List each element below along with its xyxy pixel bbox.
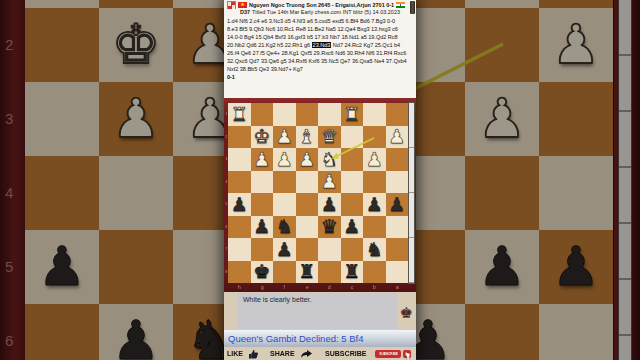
square-g2: ♚ [99, 8, 173, 82]
bg-rank-label-5: 5 [5, 258, 13, 275]
square-g6[interactable]: ♟ [251, 216, 274, 239]
square-f4 [173, 156, 224, 230]
rank-label-8: 8 [225, 266, 229, 278]
square-b8[interactable] [363, 261, 386, 284]
square-g5 [99, 230, 173, 304]
piece-white-pawn: ♟ [112, 92, 160, 146]
square-h3[interactable] [228, 148, 251, 171]
event-info: Titled Tue 14th Mar Early chess.com INT … [252, 9, 400, 15]
piece-white-knight: ♞ [321, 150, 338, 169]
piece-black-knight: ♞ [186, 314, 224, 360]
square-c6[interactable]: ♟ [341, 216, 364, 239]
file-label-d: d [320, 284, 338, 291]
square-h2 [25, 8, 99, 82]
piece-white-pawn: ♟ [276, 127, 293, 146]
piece-black-rook: ♜ [343, 262, 360, 281]
square-f3[interactable]: ♟ [273, 148, 296, 171]
square-d3[interactable]: ♞ [318, 148, 341, 171]
rank-labels: 12345678 [224, 103, 228, 283]
square-f5 [173, 230, 224, 304]
game-header: Nguyen Ngoc Truong Son 2645 - Erigaisi,A… [224, 0, 416, 15]
square-g2[interactable]: ♚ [251, 126, 274, 149]
rank-label-6: 6 [225, 221, 229, 233]
file-label-g: g [253, 284, 271, 291]
square-e1[interactable] [296, 103, 319, 126]
players-result-line: Nguyen Ngoc Truong Son 2645 - Erigaisi,A… [249, 2, 394, 8]
piece-white-rook: ♜ [343, 105, 360, 124]
moves-line: Nxf2 38.Bb5 Qe3 39.Nd7+ Kg7 [227, 65, 414, 73]
square-h6[interactable] [228, 216, 251, 239]
square-e7[interactable] [296, 238, 319, 261]
square-f7[interactable]: ♟ [273, 238, 296, 261]
piece-black-knight: ♞ [366, 240, 383, 259]
square-b6[interactable] [363, 216, 386, 239]
subscribe-label[interactable]: SUBSCRIBE [325, 349, 366, 358]
square-d8[interactable] [318, 261, 341, 284]
piece-black-pawn: ♟ [321, 195, 338, 214]
square-b7[interactable]: ♞ [363, 238, 386, 261]
piece-black-pawn: ♟ [388, 195, 405, 214]
square-h3 [25, 82, 99, 156]
square-f8[interactable] [273, 261, 296, 284]
square-d5[interactable]: ♟ [318, 193, 341, 216]
photo-icon [410, 1, 415, 14]
file-label-h: h [230, 284, 248, 291]
square-f6[interactable]: ♞ [273, 216, 296, 239]
square-e3[interactable]: ♟ [296, 148, 319, 171]
rank-label-7: 7 [225, 243, 229, 255]
piece-white-pawn: ♟ [186, 92, 224, 146]
square-h1: ♜ [25, 0, 99, 8]
game-icon [227, 1, 236, 10]
rank-label-1: 1 [225, 108, 229, 120]
piece-white-queen: ♛ [321, 127, 338, 146]
india-flag-icon [396, 2, 405, 8]
board-scrollbar [409, 103, 414, 283]
piece-white-bishop: ♝ [298, 127, 315, 146]
bg-rank-label-4: 4 [5, 184, 13, 201]
square-f1[interactable] [273, 103, 296, 126]
square-b1[interactable] [363, 103, 386, 126]
file-label-f: f [275, 284, 293, 291]
square-g4[interactable] [251, 171, 274, 194]
subscribe-button[interactable]: SUBSCRIBE [375, 350, 401, 358]
piece-black-pawn: ♟ [231, 195, 248, 214]
chess-app-panel: Nguyen Ngoc Truong Son 2645 - Erigaisi,A… [224, 0, 416, 360]
piece-black-rook: ♜ [298, 262, 315, 281]
square-c2[interactable] [341, 126, 364, 149]
piece-white-pawn: ♟ [388, 127, 405, 146]
eco-code: D37 [240, 9, 250, 15]
vietnam-flag-icon [238, 2, 247, 8]
moves-line: 14.0-0 Bg4 15.Qb4 Bxf3 16.gxf3 b5 17.b3 … [227, 33, 414, 41]
square-h4 [25, 156, 99, 230]
share-arrow-icon[interactable] [300, 349, 313, 359]
square-d4[interactable]: ♟ [318, 171, 341, 194]
square-h1[interactable]: ♜ [228, 103, 251, 126]
square-g6: ♟ [99, 304, 173, 360]
opening-title-bar: Queen's Gambit Declined: 5 Bf4 [224, 330, 416, 347]
like-button[interactable]: LIKE [227, 349, 243, 358]
scrollbar [618, 0, 632, 360]
square-g8[interactable]: ♚ [251, 261, 274, 284]
moves-line: 8.e3 Bf5 9.Qb3 Nc6 10.Rc1 Re8 11.Be2 Na5… [227, 25, 414, 33]
square-b5[interactable]: ♟ [363, 193, 386, 216]
move-arrow-bg-icon [416, 0, 640, 360]
annotation-text-box[interactable]: White is clearly better. [237, 293, 397, 329]
piece-white-king: ♚ [253, 127, 270, 146]
piece-black-pawn: ♟ [38, 240, 86, 294]
moves-line: 1.d4 Nf6 2.c4 e6 3.Nc3 d5 4.Nf3 a6 5.cxd… [227, 17, 414, 25]
chess-king-icon: ♚ [399, 302, 414, 324]
current-move-highlight[interactable]: 23.Nd3 [312, 42, 332, 48]
background-board-border-left: 23456 [0, 0, 25, 360]
video-frame: ♜♚♟♟♟♟♟♞ 23456 ♜♟♟♟♟♟ Nguyen Ngoc Truong… [0, 0, 640, 360]
square-e4[interactable] [296, 171, 319, 194]
square-b4[interactable] [363, 171, 386, 194]
square-f5[interactable] [273, 193, 296, 216]
square-a7[interactable] [386, 238, 409, 261]
square-h6 [25, 304, 99, 360]
square-g5[interactable] [251, 193, 274, 216]
square-d7[interactable] [318, 238, 341, 261]
piece-white-pawn: ♟ [276, 150, 293, 169]
square-f4[interactable] [273, 171, 296, 194]
annotation-area: White is clearly better. ♚ [224, 292, 416, 330]
square-e6[interactable] [296, 216, 319, 239]
background-board-right: ♜♟♟♟♟♟ [416, 0, 640, 360]
thumbs-up-icon[interactable] [248, 349, 259, 359]
square-h5: ♟ [25, 230, 99, 304]
square-f2[interactable]: ♟ [273, 126, 296, 149]
square-h4[interactable] [228, 171, 251, 194]
moves-line: 32.Qxc6 Qd7 33.Qa6 g5 34.Rxf6 Kxf6 35.Nc… [227, 57, 414, 65]
piece-black-pawn: ♟ [112, 314, 160, 360]
square-f6: ♞ [173, 304, 224, 360]
square-b2[interactable] [363, 126, 386, 149]
piece-white-rook: ♜ [231, 105, 248, 124]
square-h8[interactable] [228, 261, 251, 284]
square-d2[interactable]: ♛ [318, 126, 341, 149]
rank-label-3: 3 [225, 153, 229, 165]
piece-white-pawn: ♟ [298, 150, 315, 169]
chess-board: 12345678 ♜♜♚♟♝♛♟♟♟♟♞♟♟♟♟♟♟♟♞♛♟♟♞♚♜♜ hgfe… [224, 98, 416, 292]
rank-label-4: 4 [225, 176, 229, 188]
square-f1 [173, 0, 224, 8]
square-a6[interactable] [386, 216, 409, 239]
square-a2[interactable]: ♟ [386, 126, 409, 149]
square-c3[interactable] [341, 148, 364, 171]
piece-white-pawn: ♟ [253, 150, 270, 169]
rank-label-5: 5 [225, 198, 229, 210]
square-a5[interactable]: ♟ [386, 193, 409, 216]
piece-black-queen: ♛ [321, 217, 338, 236]
square-c7[interactable] [341, 238, 364, 261]
square-g1 [99, 0, 173, 8]
square-a4[interactable] [386, 171, 409, 194]
bg-rank-label-6: 6 [5, 332, 13, 349]
piece-white-pawn: ♟ [186, 18, 224, 72]
piece-white-pawn: ♟ [321, 172, 338, 191]
square-f2: ♟ [173, 8, 224, 82]
square-d1[interactable] [318, 103, 341, 126]
piece-white-king: ♚ [112, 18, 160, 72]
square-f3: ♟ [173, 82, 224, 156]
share-button[interactable]: SHARE [270, 349, 295, 358]
file-label-a: a [388, 284, 406, 291]
square-b3[interactable]: ♟ [363, 148, 386, 171]
square-a8[interactable] [386, 261, 409, 284]
square-c8[interactable]: ♜ [341, 261, 364, 284]
piece-black-knight: ♞ [276, 217, 293, 236]
bg-rank-label-2: 2 [5, 36, 13, 53]
square-g3[interactable]: ♟ [251, 148, 274, 171]
square-g7[interactable] [251, 238, 274, 261]
game-result: 0-1 [227, 73, 414, 81]
background-board-border-right [614, 0, 640, 360]
move-list[interactable]: 1.d4 Nf6 2.c4 e6 3.Nc3 d5 4.Nf3 a6 5.cxd… [224, 15, 416, 81]
square-g3: ♟ [99, 82, 173, 156]
square-d6[interactable]: ♛ [318, 216, 341, 239]
piece-black-pawn: ♟ [253, 217, 270, 236]
rank-label-2: 2 [225, 131, 229, 143]
file-label-b: b [365, 284, 383, 291]
square-h2[interactable] [228, 126, 251, 149]
cursor-icon [406, 353, 412, 360]
bg-rank-label-3: 3 [5, 110, 13, 127]
piece-black-pawn: ♟ [343, 217, 360, 236]
square-g4 [99, 156, 173, 230]
piece-black-pawn: ♟ [366, 195, 383, 214]
square-c1[interactable]: ♜ [341, 103, 364, 126]
square-a3[interactable] [386, 148, 409, 171]
square-e5[interactable] [296, 193, 319, 216]
file-labels: hgfedcba [228, 283, 408, 292]
piece-black-king: ♚ [253, 262, 270, 281]
moves-line: 20.Nb2 Qd6 21.Kg2 h5 22.Rh1 g6 23.Nd3 Nd… [227, 41, 414, 49]
square-h7[interactable] [228, 238, 251, 261]
piece-black-pawn: ♟ [276, 240, 293, 259]
square-e2[interactable]: ♝ [296, 126, 319, 149]
action-bar: LIKE SHARE SUBSCRIBE SUBSCRIBE ▶ [224, 347, 416, 360]
square-c4[interactable] [341, 171, 364, 194]
square-c5[interactable] [341, 193, 364, 216]
background-board-left: ♜♚♟♟♟♟♟♞ 23456 [0, 0, 224, 360]
piece-white-pawn: ♟ [366, 150, 383, 169]
square-e8[interactable]: ♜ [296, 261, 319, 284]
file-label-e: e [298, 284, 316, 291]
file-label-c: c [343, 284, 361, 291]
square-g1[interactable] [251, 103, 274, 126]
square-h5[interactable]: ♟ [228, 193, 251, 216]
square-a1[interactable] [386, 103, 409, 126]
moves-line: 26.f4 Qe6 27.f5 Qe4+ 28.Kg1 Qxf5 29.Rxc6… [227, 49, 414, 57]
